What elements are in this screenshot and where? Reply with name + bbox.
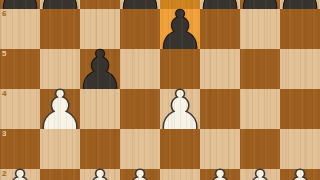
piece-white-pawn[interactable]: ♟ xyxy=(155,91,205,131)
square-e4[interactable]: ♟ xyxy=(160,89,200,129)
square-h5[interactable] xyxy=(280,49,320,89)
rank-label-5: 5 xyxy=(2,50,6,58)
square-g4[interactable] xyxy=(240,89,280,129)
square-g6[interactable] xyxy=(240,9,280,49)
rank-label-3: 3 xyxy=(2,130,6,138)
square-e6[interactable]: ♟ xyxy=(160,9,200,49)
square-f4[interactable] xyxy=(200,89,240,129)
square-b7[interactable]: ♟ xyxy=(40,0,80,9)
square-h2[interactable]: ♟ xyxy=(280,169,320,180)
square-g5[interactable] xyxy=(240,49,280,89)
square-c4[interactable] xyxy=(80,89,120,129)
piece-black-pawn[interactable]: ♟ xyxy=(155,11,205,51)
square-h6[interactable] xyxy=(280,9,320,49)
rank-label-4: 4 xyxy=(2,90,6,98)
square-b4[interactable]: ♟ xyxy=(40,89,80,129)
square-f5[interactable] xyxy=(200,49,240,89)
square-f6[interactable] xyxy=(200,9,240,49)
square-h7[interactable]: ♟ xyxy=(280,0,320,9)
rank-label-6: 6 xyxy=(2,10,6,18)
chessboard: 8♜♞♝♛♚♝♞♜7♟♟♟♟♟♟6♟5♟4♟♟32♟♟♟♟♟♟1♜♞♝♛♚♝♞♜ xyxy=(0,0,320,180)
piece-white-pawn[interactable]: ♟ xyxy=(35,91,85,131)
piece-white-pawn[interactable]: ♟ xyxy=(275,171,320,180)
square-h4[interactable] xyxy=(280,89,320,129)
square-c5[interactable]: ♟ xyxy=(80,49,120,89)
square-a6[interactable]: 6 xyxy=(0,9,40,49)
piece-white-pawn[interactable]: ♟ xyxy=(115,171,165,180)
piece-white-pawn[interactable]: ♟ xyxy=(0,171,45,180)
square-d2[interactable]: ♟ xyxy=(120,169,160,180)
chessboard-viewport: 8♜♞♝♛♚♝♞♜7♟♟♟♟♟♟6♟5♟4♟♟32♟♟♟♟♟♟1♜♞♝♛♚♝♞♜ xyxy=(0,0,320,180)
square-a2[interactable]: 2♟ xyxy=(0,169,40,180)
